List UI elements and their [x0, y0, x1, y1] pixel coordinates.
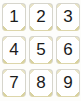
card-8[interactable]: 8	[29, 69, 53, 97]
card-value: 9	[63, 74, 72, 91]
card-value: 5	[36, 41, 45, 58]
card-3[interactable]: 3	[56, 3, 80, 31]
card-value: 1	[9, 8, 18, 25]
card-grid: 1 2 3 4 5 6 7 8 9	[0, 0, 81, 101]
card-2[interactable]: 2	[29, 3, 53, 31]
card-value: 7	[9, 74, 18, 91]
card-6[interactable]: 6	[56, 36, 80, 64]
card-value: 8	[36, 74, 45, 91]
card-value: 3	[63, 8, 72, 25]
card-value: 4	[9, 41, 18, 58]
card-4[interactable]: 4	[2, 36, 26, 64]
card-1[interactable]: 1	[2, 3, 26, 31]
card-value: 2	[36, 8, 45, 25]
card-5[interactable]: 5	[29, 36, 53, 64]
card-value: 6	[63, 41, 72, 58]
card-7[interactable]: 7	[2, 69, 26, 97]
card-9[interactable]: 9	[56, 69, 80, 97]
